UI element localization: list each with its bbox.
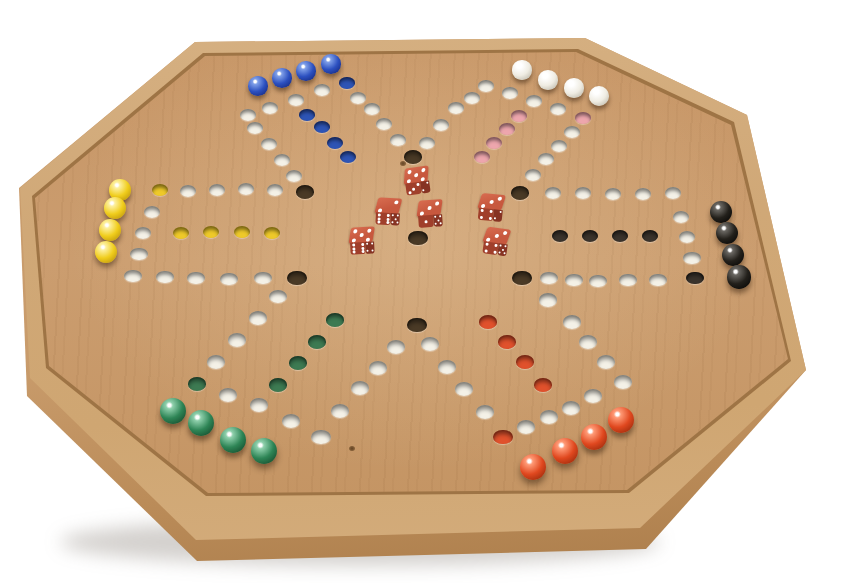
die-pip — [437, 219, 439, 221]
home-hole-green[interactable] — [308, 335, 326, 348]
die-pip — [412, 187, 415, 190]
track-hole[interactable] — [635, 188, 651, 200]
track-hole[interactable] — [551, 140, 567, 152]
track-hole[interactable] — [156, 271, 173, 284]
die-pip — [502, 230, 507, 234]
track-hole[interactable] — [545, 187, 561, 199]
die-side-face — [497, 243, 508, 256]
photo-background — [0, 0, 864, 583]
marble-red[interactable] — [608, 407, 634, 433]
corner-hole[interactable] — [407, 318, 427, 333]
die-pip — [372, 249, 374, 251]
home-hole-blackp[interactable] — [552, 230, 569, 243]
track-hole[interactable] — [219, 388, 238, 402]
die-pip — [500, 245, 502, 247]
marble-white[interactable] — [564, 78, 584, 98]
die-pip — [427, 206, 432, 210]
home-hole-blackp[interactable] — [612, 230, 629, 243]
die-pip — [392, 221, 394, 223]
die-pip — [502, 248, 504, 250]
die-pip — [488, 217, 491, 220]
track-hole[interactable] — [619, 274, 636, 287]
home-hole-red[interactable] — [479, 315, 497, 328]
track-hole[interactable] — [562, 401, 581, 415]
marble-black[interactable] — [727, 265, 750, 288]
die[interactable] — [349, 226, 376, 255]
track-hole[interactable] — [673, 211, 690, 223]
home-hole-blue[interactable] — [314, 121, 330, 133]
die-pip — [421, 167, 425, 172]
marble-white[interactable] — [512, 60, 531, 79]
track-hole[interactable] — [267, 184, 283, 196]
die-pip — [499, 251, 501, 253]
track-hole[interactable] — [550, 103, 566, 114]
die-pip — [434, 216, 436, 218]
die-pip — [485, 243, 488, 246]
start-hole-yellow[interactable] — [152, 184, 168, 196]
corner-hole[interactable] — [296, 185, 314, 199]
die-front-face — [418, 215, 434, 228]
track-hole[interactable] — [565, 274, 582, 287]
track-hole[interactable] — [563, 315, 581, 328]
track-hole[interactable] — [564, 126, 580, 138]
track-hole[interactable] — [614, 375, 633, 389]
die-pip — [425, 220, 428, 223]
track-hole[interactable] — [130, 248, 147, 261]
die-pip — [366, 243, 368, 245]
home-hole-pink[interactable] — [511, 110, 527, 122]
track-hole[interactable] — [314, 84, 329, 95]
start-hole-pink[interactable] — [575, 112, 591, 124]
start-hole-green[interactable] — [188, 377, 207, 391]
track-hole[interactable] — [540, 410, 559, 424]
home-hole-yellow[interactable] — [264, 227, 281, 239]
track-hole[interactable] — [288, 94, 303, 105]
track-hole[interactable] — [525, 169, 541, 181]
home-hole-green[interactable] — [289, 356, 307, 370]
track-hole[interactable] — [679, 231, 696, 244]
marble-yellow[interactable] — [104, 197, 126, 219]
die-front-face — [478, 208, 494, 222]
die-pip — [435, 223, 437, 225]
track-hole[interactable] — [589, 275, 606, 288]
die-pip — [386, 221, 389, 224]
die-pip — [408, 191, 411, 194]
track-hole[interactable] — [187, 272, 204, 285]
die-side-face — [433, 214, 443, 227]
marble-red[interactable] — [520, 454, 547, 481]
track-hole[interactable] — [665, 187, 681, 199]
track-hole[interactable] — [579, 335, 597, 348]
track-hole[interactable] — [376, 118, 392, 130]
track-hole[interactable] — [180, 185, 196, 197]
die-pip — [435, 201, 440, 205]
die-pip — [480, 216, 483, 219]
home-hole-yellow[interactable] — [203, 226, 220, 238]
die-pip — [414, 173, 418, 178]
start-hole-blackp[interactable] — [686, 272, 703, 285]
track-hole[interactable] — [517, 420, 536, 434]
die-pip — [440, 222, 442, 224]
track-hole[interactable] — [438, 360, 456, 374]
die-pip — [416, 183, 419, 186]
track-hole[interactable] — [209, 184, 225, 196]
die-pip — [367, 228, 372, 232]
center-shortcut-hole[interactable] — [408, 231, 428, 246]
track-hole[interactable] — [683, 252, 700, 265]
marble-red[interactable] — [552, 438, 579, 465]
track-hole[interactable] — [526, 95, 541, 106]
track-hole[interactable] — [351, 381, 370, 395]
track-hole[interactable] — [250, 398, 269, 412]
die-side-face — [365, 241, 375, 253]
track-hole[interactable] — [331, 404, 350, 418]
track-hole[interactable] — [455, 382, 474, 396]
die[interactable] — [417, 199, 445, 229]
die[interactable] — [482, 226, 512, 257]
die-pip — [500, 211, 502, 213]
track-hole[interactable] — [350, 92, 365, 103]
die-pip — [439, 215, 441, 217]
die-pip — [494, 217, 496, 219]
track-hole[interactable] — [228, 333, 246, 346]
track-hole[interactable] — [539, 293, 557, 306]
track-hole[interactable] — [364, 103, 380, 114]
die-side-face — [390, 213, 400, 225]
die[interactable] — [403, 165, 433, 196]
pieces-layer — [0, 0, 864, 583]
track-hole[interactable] — [238, 183, 254, 195]
die-pip — [386, 214, 389, 217]
track-hole[interactable] — [390, 134, 406, 146]
track-hole[interactable] — [249, 311, 267, 324]
home-hole-pink[interactable] — [474, 151, 490, 163]
home-hole-blue[interactable] — [340, 151, 356, 163]
home-hole-blackp[interactable] — [582, 230, 599, 243]
track-hole[interactable] — [575, 187, 591, 199]
track-hole[interactable] — [269, 290, 287, 303]
wood-knot — [349, 446, 355, 451]
die-pip — [485, 249, 488, 252]
die-pip — [371, 243, 373, 245]
start-hole-blue[interactable] — [339, 77, 354, 88]
track-hole[interactable] — [135, 227, 152, 239]
track-hole[interactable] — [369, 361, 387, 375]
track-hole[interactable] — [584, 389, 603, 403]
home-hole-yellow[interactable] — [234, 226, 251, 238]
marble-blue[interactable] — [272, 68, 291, 87]
die-pip — [408, 169, 412, 174]
home-hole-red[interactable] — [498, 335, 516, 348]
marble-green[interactable] — [188, 410, 214, 436]
track-hole[interactable] — [540, 272, 557, 285]
corner-hole[interactable] — [287, 271, 306, 285]
die-pip — [378, 214, 381, 217]
track-hole[interactable] — [448, 102, 464, 113]
track-hole[interactable] — [247, 122, 263, 134]
die-pip — [361, 243, 364, 246]
die-pip — [377, 220, 380, 223]
die-side-face — [420, 180, 431, 193]
die-pip — [353, 250, 356, 253]
die-pip — [497, 196, 502, 200]
marble-black[interactable] — [710, 201, 732, 223]
marble-yellow[interactable] — [95, 241, 118, 264]
track-hole[interactable] — [387, 340, 405, 353]
die-pip — [422, 189, 424, 191]
wood-knot — [400, 161, 406, 166]
track-hole[interactable] — [649, 274, 666, 287]
die[interactable] — [375, 197, 402, 226]
die-side-face — [493, 209, 503, 222]
home-hole-green[interactable] — [326, 313, 344, 326]
track-hole[interactable] — [220, 273, 237, 286]
track-hole[interactable] — [421, 337, 439, 350]
die-front-face — [405, 182, 422, 196]
track-hole[interactable] — [464, 92, 479, 103]
marble-black[interactable] — [722, 244, 745, 267]
track-hole[interactable] — [478, 80, 493, 91]
home-hole-red[interactable] — [534, 378, 553, 392]
die-pip — [489, 200, 494, 204]
track-hole[interactable] — [262, 102, 278, 113]
start-hole-red[interactable] — [493, 430, 512, 444]
track-hole[interactable] — [311, 430, 330, 444]
home-hole-blue[interactable] — [327, 137, 343, 149]
marble-green[interactable] — [251, 438, 278, 465]
track-hole[interactable] — [476, 405, 495, 419]
die-pip — [367, 250, 369, 252]
home-hole-green[interactable] — [269, 378, 288, 392]
die-pip — [481, 209, 484, 212]
track-hole[interactable] — [261, 138, 277, 150]
die-pip — [504, 252, 506, 254]
track-hole[interactable] — [124, 270, 141, 283]
die-pip — [392, 214, 394, 216]
die-pip — [397, 221, 399, 223]
die-pip — [359, 233, 364, 237]
track-hole[interactable] — [433, 119, 449, 131]
marble-green[interactable] — [160, 398, 186, 424]
track-hole[interactable] — [286, 170, 302, 182]
die-pip — [352, 244, 355, 247]
track-hole[interactable] — [502, 87, 517, 98]
track-hole[interactable] — [282, 414, 301, 428]
die-pip — [494, 234, 499, 238]
track-hole[interactable] — [254, 272, 271, 285]
track-hole[interactable] — [538, 153, 554, 165]
die-pip — [493, 250, 496, 253]
marble-white[interactable] — [589, 86, 609, 106]
home-hole-pink[interactable] — [486, 137, 502, 149]
corner-hole[interactable] — [404, 150, 422, 163]
marble-white[interactable] — [538, 70, 557, 89]
track-hole[interactable] — [419, 137, 435, 149]
marble-black[interactable] — [716, 222, 738, 244]
home-hole-pink[interactable] — [499, 123, 515, 135]
track-hole[interactable] — [144, 206, 161, 218]
marble-yellow[interactable] — [99, 219, 121, 241]
die-front-face — [375, 212, 391, 225]
die-front-face — [350, 242, 366, 255]
die-pip — [397, 215, 399, 217]
die-pip — [361, 250, 364, 253]
marble-green[interactable] — [220, 427, 246, 453]
die-pip — [427, 182, 429, 184]
home-hole-red[interactable] — [516, 355, 534, 369]
home-hole-yellow[interactable] — [173, 227, 190, 239]
marble-red[interactable] — [581, 424, 607, 450]
marble-blue[interactable] — [296, 61, 315, 80]
track-hole[interactable] — [240, 109, 256, 121]
die-pip — [394, 200, 399, 204]
corner-hole[interactable] — [511, 186, 529, 200]
die-pip — [494, 244, 497, 247]
die-pip — [489, 210, 492, 213]
track-hole[interactable] — [274, 154, 290, 166]
die-pip — [394, 218, 396, 220]
die[interactable] — [478, 193, 507, 224]
corner-hole[interactable] — [512, 271, 531, 285]
die-pip — [505, 245, 507, 247]
marble-blue[interactable] — [321, 54, 340, 73]
die-pip — [353, 229, 358, 233]
home-hole-blue[interactable] — [299, 109, 315, 121]
marble-blue[interactable] — [248, 76, 268, 96]
home-hole-blackp[interactable] — [642, 230, 659, 243]
track-hole[interactable] — [207, 355, 225, 369]
track-hole[interactable] — [597, 355, 615, 369]
die-front-face — [482, 241, 499, 255]
track-hole[interactable] — [605, 188, 621, 200]
